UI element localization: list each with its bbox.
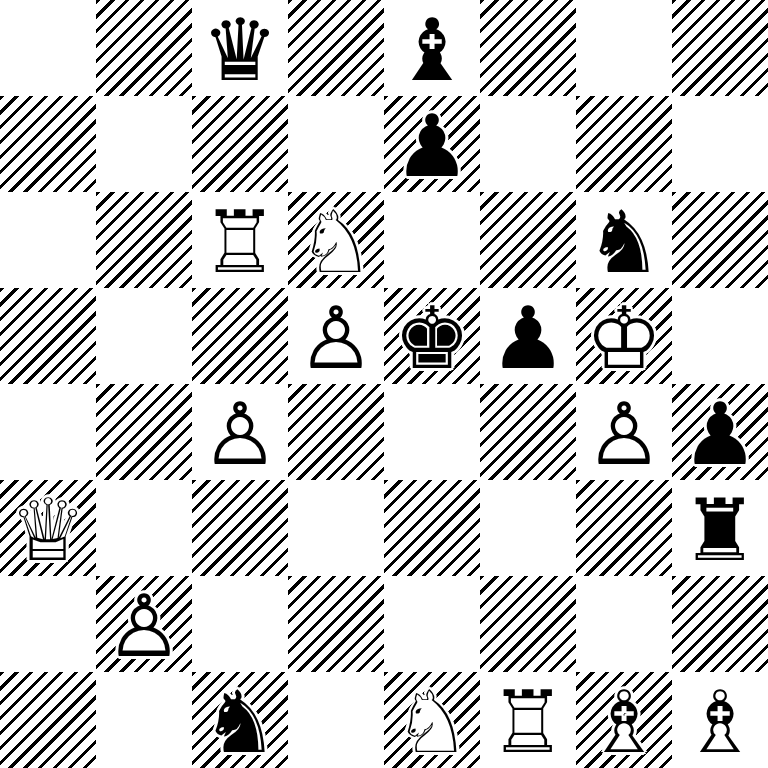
piece-outline-layer: ♙ <box>96 578 192 672</box>
square-b6[interactable] <box>96 192 192 288</box>
black-pawn: ♟♟ <box>384 96 480 192</box>
square-f4[interactable] <box>480 384 576 480</box>
square-c8[interactable]: ♛♛ <box>192 0 288 96</box>
square-a8[interactable] <box>0 0 96 96</box>
white-rook: ♜♖ <box>480 672 576 768</box>
square-f8[interactable] <box>480 0 576 96</box>
black-rook: ♜♜ <box>672 480 768 576</box>
square-h4[interactable]: ♟♟ <box>672 384 768 480</box>
piece-outline-layer: ♞ <box>576 194 672 288</box>
square-b1[interactable] <box>96 672 192 768</box>
piece-outline-layer: ♙ <box>288 290 384 384</box>
square-e1[interactable]: ♞♘ <box>384 672 480 768</box>
square-e5[interactable]: ♚♚ <box>384 288 480 384</box>
piece-outline-layer: ♗ <box>576 674 672 768</box>
square-f2[interactable] <box>480 576 576 672</box>
piece-outline-layer: ♘ <box>288 194 384 288</box>
square-b8[interactable] <box>96 0 192 96</box>
square-c1[interactable]: ♞♞ <box>192 672 288 768</box>
piece-outline-layer: ♙ <box>192 386 288 480</box>
white-queen: ♛♕ <box>0 480 96 576</box>
square-g6[interactable]: ♞♞ <box>576 192 672 288</box>
white-bishop: ♝♗ <box>576 672 672 768</box>
square-g4[interactable]: ♟♙ <box>576 384 672 480</box>
square-h3[interactable]: ♜♜ <box>672 480 768 576</box>
piece-outline-layer: ♙ <box>576 386 672 480</box>
black-pawn: ♟♟ <box>480 288 576 384</box>
square-h8[interactable] <box>672 0 768 96</box>
piece-outline-layer: ♟ <box>672 386 768 480</box>
square-d8[interactable] <box>288 0 384 96</box>
square-d2[interactable] <box>288 576 384 672</box>
square-a7[interactable] <box>0 96 96 192</box>
square-c7[interactable] <box>192 96 288 192</box>
square-g1[interactable]: ♝♗ <box>576 672 672 768</box>
square-b7[interactable] <box>96 96 192 192</box>
square-a1[interactable] <box>0 672 96 768</box>
square-b3[interactable] <box>96 480 192 576</box>
white-bishop: ♝♗ <box>672 672 768 768</box>
white-knight: ♞♘ <box>384 672 480 768</box>
piece-outline-layer: ♟ <box>384 98 480 192</box>
black-pawn: ♟♟ <box>672 384 768 480</box>
white-rook: ♜♖ <box>192 192 288 288</box>
white-pawn: ♟♙ <box>576 384 672 480</box>
piece-outline-layer: ♝ <box>384 2 480 96</box>
piece-outline-layer: ♚ <box>384 290 480 384</box>
white-knight: ♞♘ <box>288 192 384 288</box>
square-g8[interactable] <box>576 0 672 96</box>
square-d6[interactable]: ♞♘ <box>288 192 384 288</box>
piece-outline-layer: ♖ <box>192 194 288 288</box>
white-king: ♚♔ <box>576 288 672 384</box>
piece-outline-layer: ♟ <box>480 290 576 384</box>
white-pawn: ♟♙ <box>288 288 384 384</box>
square-e6[interactable] <box>384 192 480 288</box>
square-b5[interactable] <box>96 288 192 384</box>
square-c3[interactable] <box>192 480 288 576</box>
square-c5[interactable] <box>192 288 288 384</box>
piece-outline-layer: ♛ <box>192 2 288 96</box>
piece-outline-layer: ♖ <box>480 674 576 768</box>
piece-outline-layer: ♘ <box>384 674 480 768</box>
square-h6[interactable] <box>672 192 768 288</box>
white-pawn: ♟♙ <box>96 576 192 672</box>
square-d1[interactable] <box>288 672 384 768</box>
square-f3[interactable] <box>480 480 576 576</box>
square-a3[interactable]: ♛♕ <box>0 480 96 576</box>
piece-outline-layer: ♞ <box>192 674 288 768</box>
square-f1[interactable]: ♜♖ <box>480 672 576 768</box>
square-g5[interactable]: ♚♔ <box>576 288 672 384</box>
square-d5[interactable]: ♟♙ <box>288 288 384 384</box>
black-bishop: ♝♝ <box>384 0 480 96</box>
square-d3[interactable] <box>288 480 384 576</box>
piece-outline-layer: ♜ <box>672 482 768 576</box>
square-d4[interactable] <box>288 384 384 480</box>
white-pawn: ♟♙ <box>192 384 288 480</box>
square-e3[interactable] <box>384 480 480 576</box>
square-e8[interactable]: ♝♝ <box>384 0 480 96</box>
square-h5[interactable] <box>672 288 768 384</box>
piece-outline-layer: ♔ <box>576 290 672 384</box>
square-e7[interactable]: ♟♟ <box>384 96 480 192</box>
square-e4[interactable] <box>384 384 480 480</box>
square-g3[interactable] <box>576 480 672 576</box>
black-queen: ♛♛ <box>192 0 288 96</box>
square-f6[interactable] <box>480 192 576 288</box>
square-g2[interactable] <box>576 576 672 672</box>
square-h7[interactable] <box>672 96 768 192</box>
piece-outline-layer: ♗ <box>672 674 768 768</box>
square-a6[interactable] <box>0 192 96 288</box>
square-a4[interactable] <box>0 384 96 480</box>
square-f5[interactable]: ♟♟ <box>480 288 576 384</box>
black-knight: ♞♞ <box>576 192 672 288</box>
square-e2[interactable] <box>384 576 480 672</box>
square-h1[interactable]: ♝♗ <box>672 672 768 768</box>
chess-board: ♛♛♝♝♟♟♜♖♞♘♞♞♟♙♚♚♟♟♚♔♟♙♟♙♟♟♛♕♜♜♟♙♞♞♞♘♜♖♝♗… <box>0 0 768 768</box>
square-c6[interactable]: ♜♖ <box>192 192 288 288</box>
square-c4[interactable]: ♟♙ <box>192 384 288 480</box>
square-d7[interactable] <box>288 96 384 192</box>
piece-outline-layer: ♕ <box>0 482 96 576</box>
square-h2[interactable] <box>672 576 768 672</box>
square-a2[interactable] <box>0 576 96 672</box>
square-g7[interactable] <box>576 96 672 192</box>
black-knight: ♞♞ <box>192 672 288 768</box>
square-b4[interactable] <box>96 384 192 480</box>
square-a5[interactable] <box>0 288 96 384</box>
square-f7[interactable] <box>480 96 576 192</box>
square-c2[interactable] <box>192 576 288 672</box>
square-b2[interactable]: ♟♙ <box>96 576 192 672</box>
black-king: ♚♚ <box>384 288 480 384</box>
